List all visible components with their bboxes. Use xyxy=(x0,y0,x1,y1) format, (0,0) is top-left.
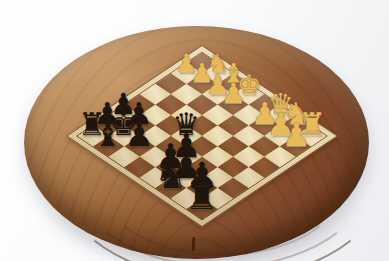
photo-scene: Chess ♞♝♚♛♞♜♟♟♟♟♟♟♟♜♝♞♜♟♚♟♟♟♟♟♟♟♛ xyxy=(0,0,389,261)
